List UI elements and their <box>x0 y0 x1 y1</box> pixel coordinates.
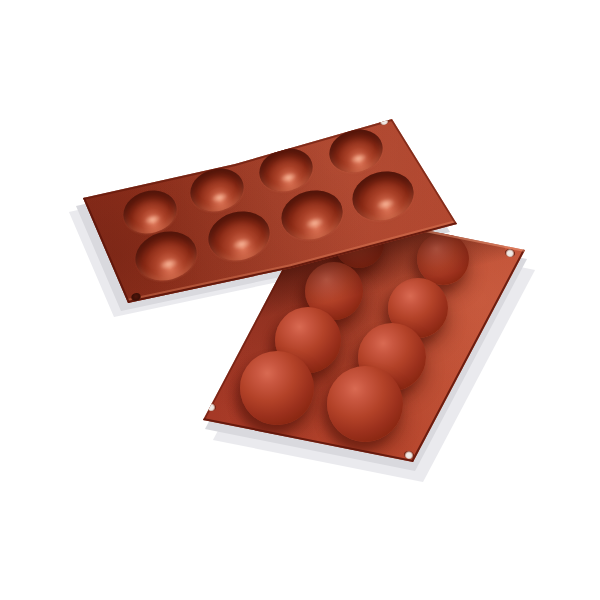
half-sphere-dome-2 <box>417 233 469 285</box>
half-sphere-cavity-7 <box>276 184 348 246</box>
half-sphere-dome-8 <box>327 366 403 442</box>
half-sphere-dome-7 <box>240 351 314 425</box>
corner-hole-2 <box>403 450 414 460</box>
half-sphere-cavity-5 <box>130 225 202 287</box>
half-sphere-cavity-8 <box>347 165 419 227</box>
half-sphere-cavity-6 <box>203 205 275 267</box>
half-sphere-cavity-3 <box>254 143 317 198</box>
corner-hole-1 <box>205 402 216 412</box>
corner-hole-3 <box>504 248 515 258</box>
corner-hole-1 <box>378 116 390 126</box>
product-photo-stage <box>0 0 600 600</box>
half-sphere-cavity-2 <box>185 163 248 218</box>
half-sphere-cavity-4 <box>324 124 387 179</box>
